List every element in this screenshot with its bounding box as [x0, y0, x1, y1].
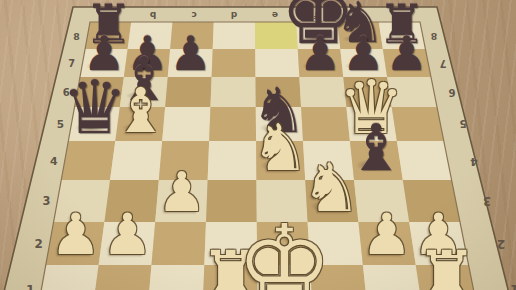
square-a1[interactable] — [37, 265, 99, 290]
piece-white-king-e1[interactable]: ♚ — [236, 211, 333, 290]
square-b1[interactable] — [92, 265, 151, 290]
coord-right-3: 3 — [483, 194, 491, 208]
coord-left-2: 2 — [35, 237, 43, 251]
square-d5[interactable] — [209, 107, 256, 141]
coord-right-7: 7 — [440, 58, 447, 69]
coord-top-b: b — [149, 10, 155, 20]
coord-right-8: 8 — [431, 30, 438, 41]
piece-white-pawn-c3[interactable]: ♟ — [157, 165, 206, 220]
piece-white-pawn-g2[interactable]: ♟ — [361, 206, 412, 263]
chess-app-scene: abcdefgh8765432187654321♜♚♞♜♟♟♟♟♟♟♝♛♞♝♛♞… — [0, 0, 516, 290]
square-d7[interactable] — [212, 49, 256, 77]
coord-right-1: 1 — [511, 282, 516, 290]
piece-white-pawn-a2[interactable]: ♟ — [50, 206, 101, 263]
coord-left-4: 4 — [50, 154, 58, 167]
square-c6[interactable] — [165, 77, 211, 107]
coord-top-d: d — [231, 10, 237, 20]
square-d4[interactable] — [208, 141, 257, 180]
square-d6[interactable] — [210, 77, 255, 107]
coord-top-c: c — [191, 10, 196, 20]
piece-white-rook-h1[interactable]: ♜ — [415, 242, 478, 290]
coord-right-5: 5 — [459, 118, 466, 130]
square-c1[interactable] — [147, 265, 204, 290]
coord-left-8: 8 — [73, 30, 80, 41]
square-c2[interactable] — [151, 222, 206, 265]
piece-white-pawn-b2[interactable]: ♟ — [102, 206, 153, 263]
coord-right-4: 4 — [471, 154, 479, 167]
coord-left-1: 1 — [26, 282, 35, 290]
coord-right-6: 6 — [449, 87, 456, 98]
piece-black-pawn-f7[interactable]: ♟ — [299, 30, 342, 78]
square-h4[interactable] — [397, 141, 452, 180]
square-d8[interactable] — [213, 22, 256, 49]
coord-top-e: e — [272, 10, 278, 20]
piece-black-pawn-c7[interactable]: ♟ — [169, 30, 212, 78]
piece-white-bishop-b5[interactable]: ♝ — [113, 80, 169, 142]
coord-right-2: 2 — [497, 237, 505, 251]
